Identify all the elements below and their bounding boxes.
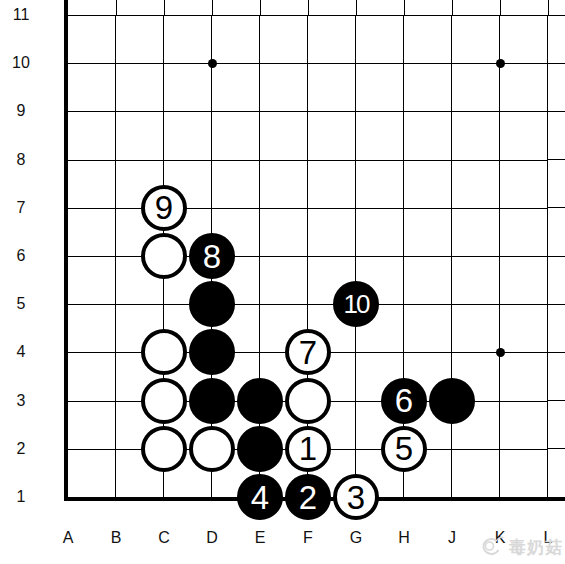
board-cell xyxy=(404,256,452,304)
board-cell xyxy=(68,352,116,400)
row-label-5: 5 xyxy=(3,296,39,312)
board-cell xyxy=(500,111,548,159)
board-cell xyxy=(212,15,260,63)
stone-white-D2 xyxy=(189,426,235,472)
stone-white-C6 xyxy=(141,233,187,279)
grid-line-stub-top-edge xyxy=(64,0,68,15)
stone-black-J3 xyxy=(429,378,475,424)
stone-move-number: 5 xyxy=(395,432,413,465)
board-cell xyxy=(356,15,404,63)
board-cell xyxy=(116,63,164,111)
star-point-K10 xyxy=(496,59,505,68)
col-label-L: L xyxy=(528,530,565,546)
grid-line-stub-top xyxy=(212,0,213,15)
stone-move-number: 4 xyxy=(251,481,269,514)
board-cell xyxy=(356,160,404,208)
board-cell xyxy=(212,63,260,111)
grid-line-stub-right xyxy=(547,207,565,208)
board-cell xyxy=(500,160,548,208)
grid-line-stub-top xyxy=(260,0,261,15)
board-cell xyxy=(68,401,116,449)
col-label-K: K xyxy=(480,530,520,546)
board-cell xyxy=(404,208,452,256)
col-label-J: J xyxy=(432,530,472,546)
stone-move-number: 7 xyxy=(299,336,317,369)
board-cell xyxy=(260,160,308,208)
board-cell xyxy=(404,160,452,208)
board-cell xyxy=(260,63,308,111)
board-cell xyxy=(116,15,164,63)
board-cell xyxy=(212,160,260,208)
stone-white-G1: 3 xyxy=(333,474,379,520)
grid-line-stub-top xyxy=(500,0,501,15)
board-cell xyxy=(164,111,212,159)
stone-black-G5: 10 xyxy=(333,281,379,327)
board-cell xyxy=(308,63,356,111)
board-cell xyxy=(452,449,500,497)
board-cell xyxy=(308,160,356,208)
board-cell xyxy=(356,63,404,111)
stone-white-H2: 5 xyxy=(381,426,427,472)
stone-move-number: 1 xyxy=(299,432,317,465)
board-cell xyxy=(500,352,548,400)
stone-move-number: 8 xyxy=(203,240,221,273)
row-label-4: 4 xyxy=(3,344,39,360)
board-cell xyxy=(68,111,116,159)
board-cell xyxy=(68,15,116,63)
row-label-3: 3 xyxy=(3,393,39,409)
grid-line-stub-right xyxy=(547,15,565,16)
board-cell xyxy=(260,111,308,159)
board-cell xyxy=(500,208,548,256)
row-label-6: 6 xyxy=(3,248,39,264)
stone-black-D3 xyxy=(189,378,235,424)
stone-white-F2: 1 xyxy=(285,426,331,472)
board-cell xyxy=(452,304,500,352)
col-label-C: C xyxy=(144,530,184,546)
grid-line-stub-top xyxy=(452,0,453,15)
board-cell xyxy=(452,15,500,63)
col-label-A: A xyxy=(48,530,88,546)
grid-line-stub-top xyxy=(164,0,165,15)
grid-line-stub-top xyxy=(548,0,549,15)
board-cell xyxy=(404,15,452,63)
star-point-K4 xyxy=(496,348,505,357)
stone-white-C7: 9 xyxy=(141,185,187,231)
stone-move-number: 6 xyxy=(395,384,413,417)
row-label-8: 8 xyxy=(3,152,39,168)
stone-move-number: 9 xyxy=(155,191,173,224)
grid-line-stub-right xyxy=(547,400,565,401)
board-cell xyxy=(260,15,308,63)
board-cell xyxy=(68,304,116,352)
row-label-11: 11 xyxy=(3,7,39,23)
board-cell xyxy=(500,304,548,352)
grid-line-stub-right xyxy=(547,352,565,353)
board-cell xyxy=(356,208,404,256)
stone-black-F1: 2 xyxy=(285,474,331,520)
board-cell xyxy=(452,208,500,256)
board-cell xyxy=(164,15,212,63)
board-cell xyxy=(68,63,116,111)
stone-white-F3 xyxy=(285,378,331,424)
board-cell xyxy=(116,111,164,159)
grid-line-stub-bottom-edge xyxy=(548,497,565,501)
board-cell xyxy=(404,304,452,352)
board-cell xyxy=(452,160,500,208)
board-cell xyxy=(452,63,500,111)
board-cell xyxy=(404,63,452,111)
board-cell xyxy=(500,15,548,63)
row-label-10: 10 xyxy=(3,55,39,71)
grid-line-stub-top xyxy=(308,0,309,15)
grid-line-stub-top xyxy=(356,0,357,15)
board-cell xyxy=(452,256,500,304)
row-label-7: 7 xyxy=(3,200,39,216)
board-cell xyxy=(500,401,548,449)
board-cell xyxy=(68,256,116,304)
stone-white-C2 xyxy=(141,426,187,472)
col-label-F: F xyxy=(288,530,328,546)
row-label-1: 1 xyxy=(3,489,39,505)
board-cell xyxy=(68,160,116,208)
stone-move-number: 3 xyxy=(347,481,365,514)
grid-line-stub-right xyxy=(547,448,565,449)
board-cell xyxy=(68,449,116,497)
col-label-D: D xyxy=(192,530,232,546)
grid-line-stub-right xyxy=(547,63,565,64)
stone-black-D5 xyxy=(189,281,235,327)
stone-black-E3 xyxy=(237,378,283,424)
board-cell xyxy=(212,111,260,159)
row-label-9: 9 xyxy=(3,103,39,119)
stone-move-number: 2 xyxy=(299,481,317,514)
stone-black-H3: 6 xyxy=(381,378,427,424)
board-cell xyxy=(308,208,356,256)
board-cell xyxy=(260,256,308,304)
board-cell xyxy=(452,111,500,159)
stone-black-E1: 4 xyxy=(237,474,283,520)
grid-line-stub-right xyxy=(547,111,565,112)
grid-line-stub-right xyxy=(547,159,565,160)
board-cell xyxy=(260,208,308,256)
board-cell xyxy=(68,208,116,256)
grid-line-stub-top xyxy=(404,0,405,15)
grid-line-stub-right xyxy=(547,256,565,257)
board-cell xyxy=(308,15,356,63)
stone-move-number: 10 xyxy=(344,291,369,317)
board-cell xyxy=(308,111,356,159)
star-point-D10 xyxy=(208,59,217,68)
grid-line-stub-top xyxy=(116,0,117,15)
stone-white-C3 xyxy=(141,378,187,424)
board-cell xyxy=(404,111,452,159)
board-cell xyxy=(164,63,212,111)
stone-black-D6: 8 xyxy=(189,233,235,279)
col-label-B: B xyxy=(96,530,136,546)
row-label-2: 2 xyxy=(3,441,39,457)
board-cell xyxy=(500,256,548,304)
board-cell xyxy=(500,449,548,497)
go-board-diagram: 1234567891011ABCDEFGHJKL 98107615423 毒奶菇 xyxy=(0,0,565,564)
board-cell xyxy=(356,111,404,159)
stone-black-E2 xyxy=(237,426,283,472)
col-label-G: G xyxy=(336,530,376,546)
col-label-E: E xyxy=(240,530,280,546)
col-label-H: H xyxy=(384,530,424,546)
board-cell xyxy=(500,63,548,111)
grid-line-stub-right xyxy=(547,304,565,305)
